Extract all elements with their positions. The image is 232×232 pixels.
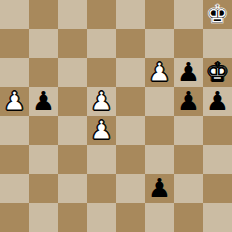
square-b7[interactable] [29, 29, 58, 58]
square-f4[interactable] [145, 116, 174, 145]
square-e3[interactable] [116, 145, 145, 174]
square-d5[interactable]: ♟ [87, 87, 116, 116]
square-c8[interactable] [58, 0, 87, 29]
black-pawn[interactable]: ♟ [206, 87, 229, 116]
square-d6[interactable] [87, 58, 116, 87]
square-g8[interactable] [174, 0, 203, 29]
white-pawn[interactable]: ♟ [90, 116, 113, 145]
square-e7[interactable] [116, 29, 145, 58]
black-pawn[interactable]: ♟ [177, 58, 200, 87]
square-a5[interactable]: ♟ [0, 87, 29, 116]
square-c2[interactable] [58, 174, 87, 203]
square-g6[interactable]: ♟ [174, 58, 203, 87]
white-pawn[interactable]: ♟ [90, 87, 113, 116]
square-g1[interactable] [174, 203, 203, 232]
square-g5[interactable]: ♟ [174, 87, 203, 116]
square-g4[interactable] [174, 116, 203, 145]
square-c6[interactable] [58, 58, 87, 87]
square-f3[interactable] [145, 145, 174, 174]
white-king[interactable]: ♚ [206, 58, 229, 87]
square-h4[interactable] [203, 116, 232, 145]
square-a4[interactable] [0, 116, 29, 145]
square-c4[interactable] [58, 116, 87, 145]
square-g3[interactable] [174, 145, 203, 174]
square-c5[interactable] [58, 87, 87, 116]
square-b5[interactable]: ♟ [29, 87, 58, 116]
square-d3[interactable] [87, 145, 116, 174]
square-d1[interactable] [87, 203, 116, 232]
square-c7[interactable] [58, 29, 87, 58]
black-pawn[interactable]: ♟ [148, 174, 171, 203]
square-b3[interactable] [29, 145, 58, 174]
white-pawn[interactable]: ♟ [3, 87, 26, 116]
square-d7[interactable] [87, 29, 116, 58]
square-f1[interactable] [145, 203, 174, 232]
chess-board: ♚♟♟♚♟♟♟♟♟♟♟ [0, 0, 232, 232]
square-h2[interactable] [203, 174, 232, 203]
black-king[interactable]: ♚ [206, 0, 229, 29]
square-g2[interactable] [174, 174, 203, 203]
square-a8[interactable] [0, 0, 29, 29]
square-g7[interactable] [174, 29, 203, 58]
square-b2[interactable] [29, 174, 58, 203]
square-a1[interactable] [0, 203, 29, 232]
square-a7[interactable] [0, 29, 29, 58]
square-h3[interactable] [203, 145, 232, 174]
square-f5[interactable] [145, 87, 174, 116]
square-e5[interactable] [116, 87, 145, 116]
square-f8[interactable] [145, 0, 174, 29]
square-e6[interactable] [116, 58, 145, 87]
square-f6[interactable]: ♟ [145, 58, 174, 87]
square-c3[interactable] [58, 145, 87, 174]
black-pawn[interactable]: ♟ [177, 87, 200, 116]
square-e1[interactable] [116, 203, 145, 232]
square-a6[interactable] [0, 58, 29, 87]
square-c1[interactable] [58, 203, 87, 232]
square-e8[interactable] [116, 0, 145, 29]
black-pawn[interactable]: ♟ [32, 87, 55, 116]
square-h7[interactable] [203, 29, 232, 58]
square-a3[interactable] [0, 145, 29, 174]
square-h6[interactable]: ♚ [203, 58, 232, 87]
square-f2[interactable]: ♟ [145, 174, 174, 203]
square-b6[interactable] [29, 58, 58, 87]
square-e2[interactable] [116, 174, 145, 203]
square-h8[interactable]: ♚ [203, 0, 232, 29]
square-d8[interactable] [87, 0, 116, 29]
square-d2[interactable] [87, 174, 116, 203]
square-b4[interactable] [29, 116, 58, 145]
square-f7[interactable] [145, 29, 174, 58]
square-h1[interactable] [203, 203, 232, 232]
square-a2[interactable] [0, 174, 29, 203]
square-b1[interactable] [29, 203, 58, 232]
square-h5[interactable]: ♟ [203, 87, 232, 116]
square-b8[interactable] [29, 0, 58, 29]
square-e4[interactable] [116, 116, 145, 145]
square-d4[interactable]: ♟ [87, 116, 116, 145]
white-pawn[interactable]: ♟ [148, 58, 171, 87]
